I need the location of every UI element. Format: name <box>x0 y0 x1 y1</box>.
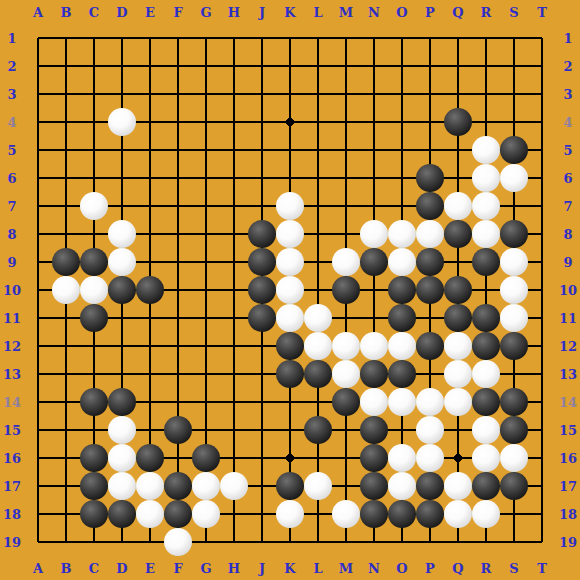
row-label-4: 4 <box>556 108 580 136</box>
stone-black <box>388 500 416 528</box>
row-label-7: 7 <box>0 192 24 220</box>
col-label-L: L <box>304 0 332 24</box>
stone-white <box>500 248 528 276</box>
stone-white <box>500 304 528 332</box>
col-label-H: H <box>220 556 248 580</box>
stone-black <box>360 360 388 388</box>
row-label-13: 13 <box>0 360 24 388</box>
stone-white <box>332 332 360 360</box>
stone-white <box>416 416 444 444</box>
row-label-17: 17 <box>0 472 24 500</box>
col-label-D: D <box>108 556 136 580</box>
col-label-O: O <box>388 0 416 24</box>
stone-white <box>108 416 136 444</box>
stone-black <box>416 276 444 304</box>
stone-white <box>304 332 332 360</box>
column-labels-bottom: ABCDEFGHJKLMNOPQRST <box>24 556 556 580</box>
stone-white <box>52 276 80 304</box>
col-label-J: J <box>248 0 276 24</box>
col-label-M: M <box>332 556 360 580</box>
col-label-B: B <box>52 0 80 24</box>
col-label-T: T <box>528 0 556 24</box>
row-label-9: 9 <box>0 248 24 276</box>
stone-black <box>80 500 108 528</box>
stone-white <box>164 528 192 556</box>
col-label-C: C <box>80 0 108 24</box>
stone-black <box>136 444 164 472</box>
stone-white <box>388 388 416 416</box>
stone-black <box>360 248 388 276</box>
stone-black <box>248 248 276 276</box>
row-label-10: 10 <box>0 276 24 304</box>
col-label-K: K <box>276 0 304 24</box>
stone-black <box>500 332 528 360</box>
col-label-E: E <box>136 0 164 24</box>
stone-white <box>444 192 472 220</box>
row-label-11: 11 <box>0 304 24 332</box>
stone-black <box>164 416 192 444</box>
stone-black <box>500 416 528 444</box>
stone-black <box>500 136 528 164</box>
stone-black <box>416 192 444 220</box>
col-label-D: D <box>108 0 136 24</box>
col-label-N: N <box>360 0 388 24</box>
row-label-7: 7 <box>556 192 580 220</box>
col-label-S: S <box>500 556 528 580</box>
col-label-J: J <box>248 556 276 580</box>
stone-white <box>332 360 360 388</box>
stone-black <box>332 276 360 304</box>
row-label-8: 8 <box>0 220 24 248</box>
stone-black <box>444 220 472 248</box>
col-label-N: N <box>360 556 388 580</box>
stone-white <box>444 360 472 388</box>
col-label-K: K <box>276 556 304 580</box>
stone-black <box>164 472 192 500</box>
stone-white <box>136 500 164 528</box>
stone-white <box>472 192 500 220</box>
col-label-S: S <box>500 0 528 24</box>
stone-black <box>360 416 388 444</box>
stone-white <box>500 276 528 304</box>
column-labels-top: ABCDEFGHJKLMNOPQRST <box>24 0 556 24</box>
row-label-2: 2 <box>556 52 580 80</box>
stone-black <box>108 500 136 528</box>
stone-white <box>472 444 500 472</box>
stone-white <box>416 444 444 472</box>
stone-black <box>472 332 500 360</box>
stone-white <box>500 164 528 192</box>
col-label-M: M <box>332 0 360 24</box>
stone-white <box>472 360 500 388</box>
stone-black <box>416 472 444 500</box>
stone-white <box>192 472 220 500</box>
col-label-G: G <box>192 556 220 580</box>
stone-white <box>444 500 472 528</box>
col-label-F: F <box>164 556 192 580</box>
col-label-R: R <box>472 556 500 580</box>
stone-black <box>276 472 304 500</box>
row-label-8: 8 <box>556 220 580 248</box>
stone-white <box>388 472 416 500</box>
stone-white <box>388 220 416 248</box>
stone-white <box>360 388 388 416</box>
row-label-16: 16 <box>556 444 580 472</box>
stone-black <box>80 248 108 276</box>
stone-white <box>80 192 108 220</box>
col-label-A: A <box>24 556 52 580</box>
row-label-11: 11 <box>556 304 580 332</box>
row-label-3: 3 <box>556 80 580 108</box>
stone-black <box>248 304 276 332</box>
row-label-6: 6 <box>556 164 580 192</box>
row-label-16: 16 <box>0 444 24 472</box>
stone-white <box>472 500 500 528</box>
stone-white <box>276 500 304 528</box>
stone-black <box>444 276 472 304</box>
goban[interactable] <box>24 24 556 556</box>
row-label-17: 17 <box>556 472 580 500</box>
row-label-2: 2 <box>0 52 24 80</box>
stone-white <box>332 248 360 276</box>
stone-black <box>276 360 304 388</box>
stone-white <box>220 472 248 500</box>
row-labels-right: 12345678910111213141516171819 <box>556 24 580 556</box>
stone-black <box>500 472 528 500</box>
stone-black <box>80 444 108 472</box>
stone-black <box>136 276 164 304</box>
stone-black <box>248 276 276 304</box>
stone-white <box>472 136 500 164</box>
stone-white <box>444 472 472 500</box>
stone-white <box>388 248 416 276</box>
row-label-10: 10 <box>556 276 580 304</box>
stone-white <box>276 192 304 220</box>
stone-black <box>416 500 444 528</box>
row-label-1: 1 <box>556 24 580 52</box>
col-label-Q: Q <box>444 0 472 24</box>
stone-black <box>388 304 416 332</box>
row-label-14: 14 <box>556 388 580 416</box>
row-label-6: 6 <box>0 164 24 192</box>
stone-black <box>388 276 416 304</box>
row-label-18: 18 <box>556 500 580 528</box>
stone-white <box>276 276 304 304</box>
col-label-A: A <box>24 0 52 24</box>
stone-black <box>276 332 304 360</box>
go-board-window: ABCDEFGHJKLMNOPQRST ABCDEFGHJKLMNOPQRST … <box>0 0 580 580</box>
col-label-B: B <box>52 556 80 580</box>
stone-black <box>304 360 332 388</box>
stone-black <box>248 220 276 248</box>
col-label-R: R <box>472 0 500 24</box>
stone-black <box>472 304 500 332</box>
stone-white <box>108 444 136 472</box>
stone-black <box>80 304 108 332</box>
stone-black <box>164 500 192 528</box>
stone-black <box>472 472 500 500</box>
stone-white <box>360 332 388 360</box>
stone-black <box>500 388 528 416</box>
row-label-1: 1 <box>0 24 24 52</box>
stone-white <box>276 220 304 248</box>
stone-white <box>472 164 500 192</box>
stone-white <box>444 332 472 360</box>
col-label-F: F <box>164 0 192 24</box>
stone-white <box>108 248 136 276</box>
stone-white <box>276 248 304 276</box>
stone-white <box>332 500 360 528</box>
stone-black <box>444 304 472 332</box>
stone-black <box>80 388 108 416</box>
stone-white <box>472 220 500 248</box>
stone-black <box>360 472 388 500</box>
stone-black <box>416 332 444 360</box>
stone-white <box>416 388 444 416</box>
stone-white <box>304 304 332 332</box>
col-label-H: H <box>220 0 248 24</box>
stone-white <box>472 416 500 444</box>
col-label-P: P <box>416 556 444 580</box>
row-label-15: 15 <box>556 416 580 444</box>
col-label-E: E <box>136 556 164 580</box>
row-label-14: 14 <box>0 388 24 416</box>
row-labels-left: 12345678910111213141516171819 <box>0 24 24 556</box>
stone-black <box>472 248 500 276</box>
stone-white <box>304 472 332 500</box>
stone-black <box>416 248 444 276</box>
stone-black <box>108 388 136 416</box>
stone-white <box>360 220 388 248</box>
col-label-G: G <box>192 0 220 24</box>
stone-black <box>472 388 500 416</box>
row-label-3: 3 <box>0 80 24 108</box>
stone-white <box>136 472 164 500</box>
col-label-P: P <box>416 0 444 24</box>
stone-black <box>360 500 388 528</box>
stone-black <box>332 388 360 416</box>
stone-black <box>192 444 220 472</box>
stone-white <box>108 472 136 500</box>
stone-white <box>80 276 108 304</box>
stone-black <box>108 276 136 304</box>
stone-white <box>276 304 304 332</box>
stone-white <box>444 388 472 416</box>
row-label-5: 5 <box>0 136 24 164</box>
col-label-O: O <box>388 556 416 580</box>
row-label-12: 12 <box>556 332 580 360</box>
row-label-13: 13 <box>556 360 580 388</box>
stone-black <box>52 248 80 276</box>
stone-black <box>304 416 332 444</box>
stone-white <box>416 220 444 248</box>
col-label-C: C <box>80 556 108 580</box>
row-label-19: 19 <box>0 528 24 556</box>
row-label-19: 19 <box>556 528 580 556</box>
stone-white <box>108 108 136 136</box>
stone-black <box>388 360 416 388</box>
stone-white <box>388 332 416 360</box>
stone-black <box>360 444 388 472</box>
stone-white <box>500 444 528 472</box>
col-label-L: L <box>304 556 332 580</box>
row-label-9: 9 <box>556 248 580 276</box>
stone-black <box>416 164 444 192</box>
stone-black <box>500 220 528 248</box>
row-label-12: 12 <box>0 332 24 360</box>
col-label-T: T <box>528 556 556 580</box>
stone-black <box>444 108 472 136</box>
row-label-15: 15 <box>0 416 24 444</box>
stone-white <box>388 444 416 472</box>
stone-black <box>80 472 108 500</box>
stone-white <box>192 500 220 528</box>
col-label-Q: Q <box>444 556 472 580</box>
row-label-5: 5 <box>556 136 580 164</box>
row-label-4: 4 <box>0 108 24 136</box>
stone-white <box>108 220 136 248</box>
row-label-18: 18 <box>0 500 24 528</box>
